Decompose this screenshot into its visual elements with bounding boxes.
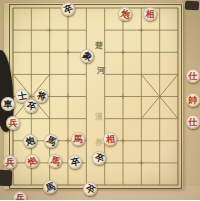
photo-frame: 楚河漢界 卒炮相象士将車卒兵炮馬馬相兵炮馬卒卒仕帥仕馬卒兵 (0, 0, 200, 200)
captured-piece-red-soldier[interactable]: 兵 (13, 191, 27, 200)
piece-character: 兵 (9, 119, 18, 128)
piece-black-soldier[interactable]: 卒 (68, 155, 82, 169)
piece-character: 馬 (44, 181, 56, 193)
piece-red-cannon[interactable]: 炮 (118, 7, 132, 21)
piece-red-soldier[interactable]: 兵 (3, 155, 17, 169)
piece-character: 兵 (16, 194, 25, 201)
piece-character: 仕 (189, 118, 198, 127)
piece-character: 相 (105, 134, 115, 144)
piece-black-chariot[interactable]: 車 (1, 97, 15, 111)
piece-black-elephant[interactable]: 象 (80, 49, 94, 63)
piece-black-cannon[interactable]: 炮 (23, 134, 37, 148)
piece-character: 帥 (189, 96, 198, 105)
captured-piece-black-soldier[interactable]: 卒 (83, 182, 97, 196)
piece-red-horse[interactable]: 馬 (71, 132, 85, 146)
piece-layer: 卒炮相象士将車卒兵炮馬馬相兵炮馬卒卒仕帥仕馬卒兵 (0, 0, 200, 200)
piece-character: 兵 (6, 158, 15, 167)
piece-character: 卒 (93, 152, 105, 164)
piece-black-soldier[interactable]: 卒 (61, 2, 75, 16)
piece-character: 卒 (70, 157, 80, 167)
piece-character: 車 (4, 100, 13, 109)
piece-character: 仕 (189, 72, 198, 81)
piece-red-advisor[interactable]: 仕 (186, 115, 200, 129)
piece-red-soldier[interactable]: 兵 (6, 116, 20, 130)
piece-black-soldier[interactable]: 卒 (24, 99, 38, 113)
piece-character: 卒 (84, 183, 96, 195)
piece-red-advisor[interactable]: 仕 (186, 69, 200, 83)
captured-piece-black-horse[interactable]: 馬 (43, 180, 57, 194)
piece-character: 馬 (49, 155, 60, 166)
piece-red-cannon[interactable]: 炮 (25, 154, 39, 168)
piece-character: 将 (35, 90, 47, 102)
piece-red-general[interactable]: 帥 (186, 93, 200, 107)
piece-character: 馬 (45, 135, 57, 147)
piece-character: 象 (81, 50, 93, 62)
piece-red-horse[interactable]: 馬 (48, 154, 62, 168)
piece-red-elephant[interactable]: 相 (143, 7, 157, 21)
piece-character: 炮 (24, 135, 35, 146)
piece-character: 卒 (26, 101, 36, 111)
piece-red-elephant[interactable]: 相 (103, 132, 117, 146)
piece-character: 相 (146, 10, 155, 19)
piece-character: 馬 (74, 135, 83, 144)
piece-character: 卒 (62, 3, 74, 15)
piece-black-soldier[interactable]: 卒 (92, 151, 106, 165)
piece-black-horse[interactable]: 馬 (44, 134, 58, 148)
piece-character: 炮 (26, 155, 38, 167)
piece-character: 炮 (119, 8, 130, 19)
